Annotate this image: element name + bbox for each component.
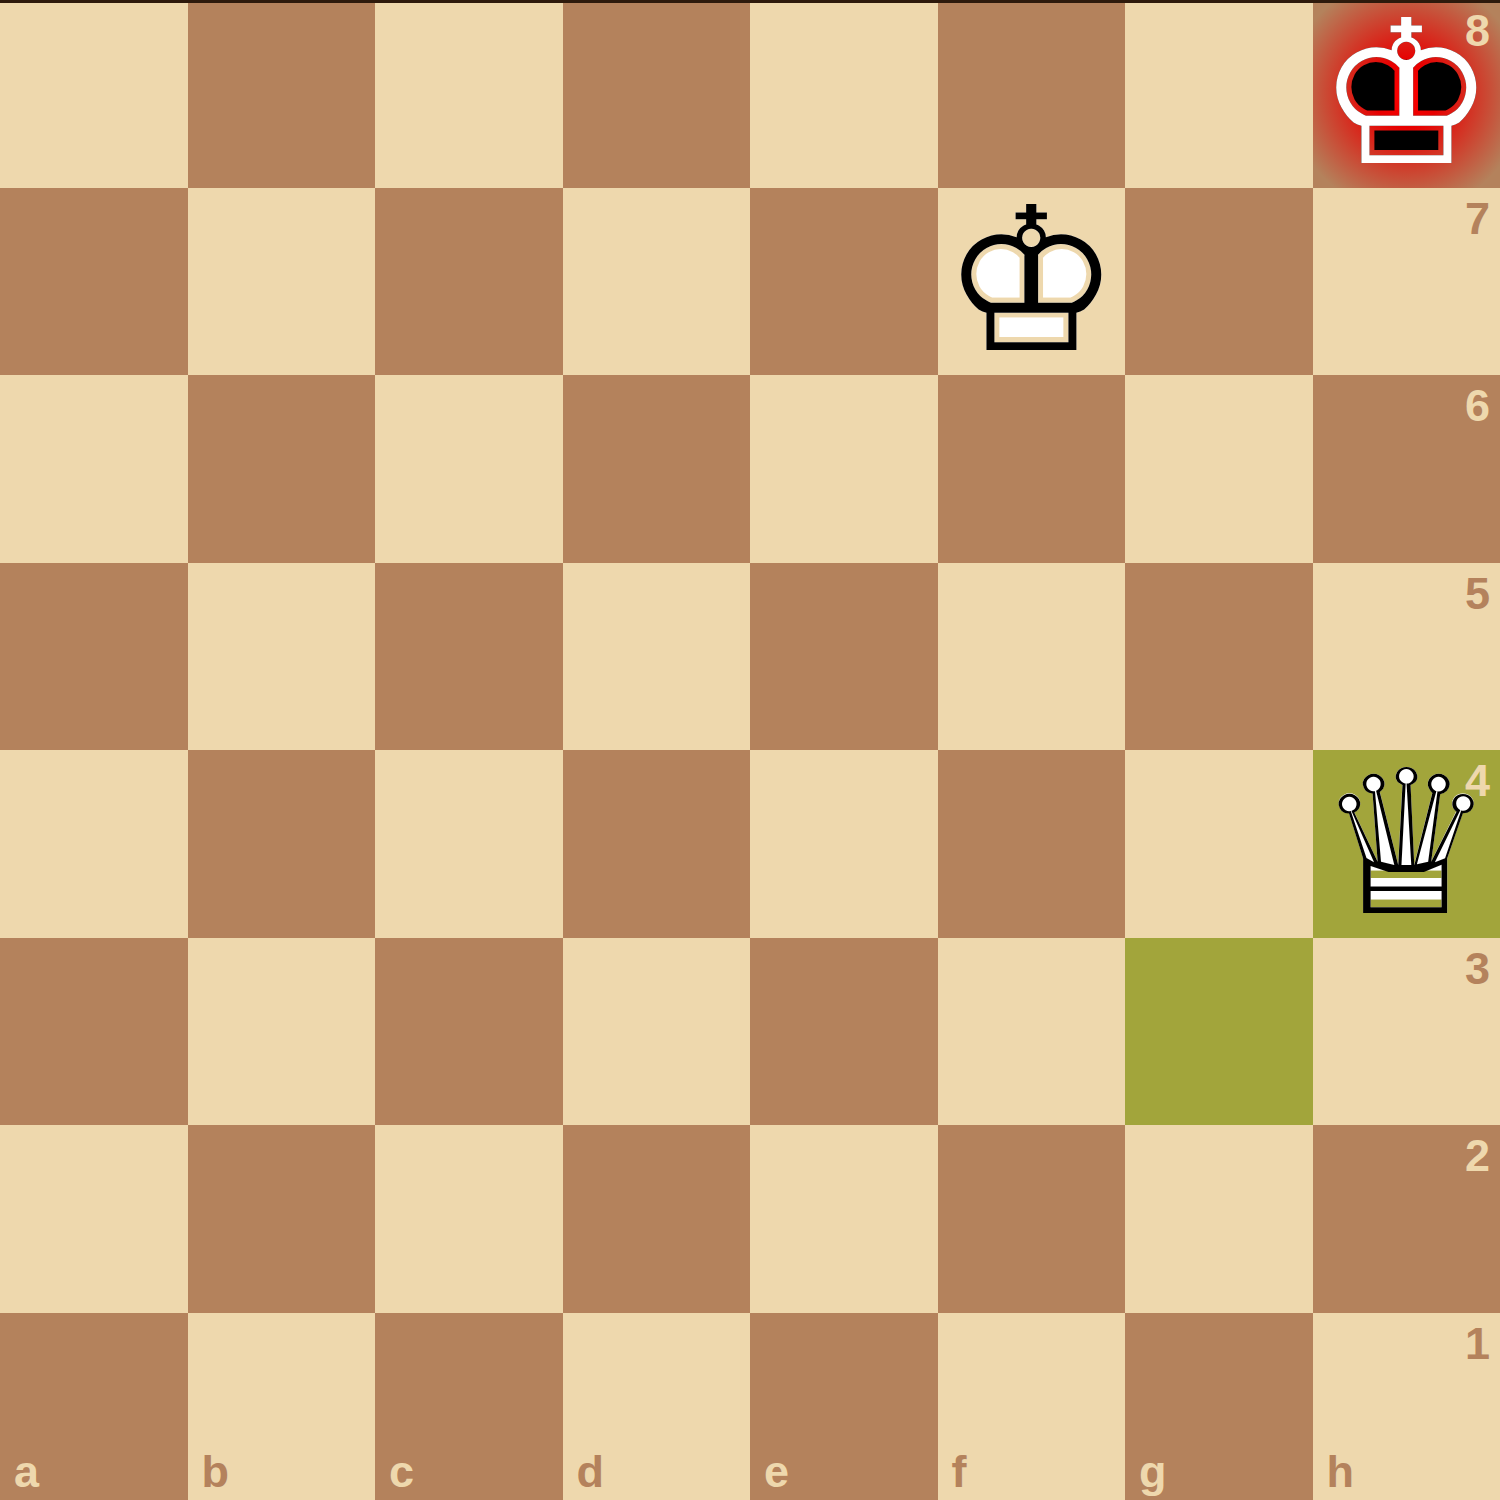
square-b7[interactable] — [188, 188, 376, 376]
square-b3[interactable] — [188, 938, 376, 1126]
square-e8[interactable] — [750, 0, 938, 188]
square-e1[interactable]: e — [750, 1313, 938, 1500]
square-h1[interactable]: 1h — [1313, 1313, 1500, 1500]
square-b6[interactable] — [188, 375, 376, 563]
square-d6[interactable] — [563, 375, 751, 563]
file-label-a: a — [14, 1449, 39, 1494]
square-c5[interactable] — [375, 563, 563, 751]
square-a7[interactable] — [0, 188, 188, 376]
square-g2[interactable] — [1125, 1125, 1313, 1313]
square-h5[interactable]: 5 — [1313, 563, 1500, 751]
square-a4[interactable] — [0, 750, 188, 938]
square-a3[interactable] — [0, 938, 188, 1126]
square-c3[interactable] — [375, 938, 563, 1126]
square-a5[interactable] — [0, 563, 188, 751]
rank-label-8: 8 — [1465, 8, 1490, 53]
square-f1[interactable]: f — [938, 1313, 1126, 1500]
square-g5[interactable] — [1125, 563, 1313, 751]
square-c6[interactable] — [375, 375, 563, 563]
rank-label-4: 4 — [1465, 758, 1490, 803]
square-b5[interactable] — [188, 563, 376, 751]
square-a1[interactable]: a — [0, 1313, 188, 1500]
square-b8[interactable] — [188, 0, 376, 188]
square-f4[interactable] — [938, 750, 1126, 938]
square-e5[interactable] — [750, 563, 938, 751]
square-f6[interactable] — [938, 375, 1126, 563]
rank-label-7: 7 — [1465, 196, 1490, 241]
square-d7[interactable] — [563, 188, 751, 376]
white-king-outline-glyph: ♔ — [938, 188, 1126, 376]
file-label-e: e — [764, 1449, 789, 1494]
square-f7[interactable]: ♚♔ — [938, 188, 1126, 376]
square-h6[interactable]: 6 — [1313, 375, 1500, 563]
square-c2[interactable] — [375, 1125, 563, 1313]
square-e3[interactable] — [750, 938, 938, 1126]
file-label-d: d — [577, 1449, 605, 1494]
square-h7[interactable]: 7 — [1313, 188, 1500, 376]
file-label-b: b — [202, 1449, 230, 1494]
square-g8[interactable] — [1125, 0, 1313, 188]
square-b1[interactable]: b — [188, 1313, 376, 1500]
file-label-h: h — [1327, 1449, 1355, 1494]
screen-top-edge — [0, 0, 1500, 3]
square-a8[interactable] — [0, 0, 188, 188]
square-b2[interactable] — [188, 1125, 376, 1313]
square-h8[interactable]: 8♚♔ — [1313, 0, 1500, 188]
square-h2[interactable]: 2 — [1313, 1125, 1500, 1313]
square-e4[interactable] — [750, 750, 938, 938]
square-d1[interactable]: d — [563, 1313, 751, 1500]
square-f2[interactable] — [938, 1125, 1126, 1313]
square-d4[interactable] — [563, 750, 751, 938]
file-label-g: g — [1139, 1449, 1167, 1494]
square-g3[interactable] — [1125, 938, 1313, 1126]
square-f8[interactable] — [938, 0, 1126, 188]
square-h3[interactable]: 3 — [1313, 938, 1500, 1126]
file-label-f: f — [952, 1449, 967, 1494]
square-b4[interactable] — [188, 750, 376, 938]
rank-label-6: 6 — [1465, 383, 1490, 428]
square-c4[interactable] — [375, 750, 563, 938]
square-g1[interactable]: g — [1125, 1313, 1313, 1500]
rank-label-1: 1 — [1465, 1321, 1490, 1366]
square-e7[interactable] — [750, 188, 938, 376]
square-h4[interactable]: 4♛♕ — [1313, 750, 1500, 938]
chess-board[interactable]: 8♚♔♚♔7654♛♕32abcdefg1h — [0, 0, 1500, 1500]
square-c7[interactable] — [375, 188, 563, 376]
square-a2[interactable] — [0, 1125, 188, 1313]
square-a6[interactable] — [0, 375, 188, 563]
square-c8[interactable] — [375, 0, 563, 188]
rank-label-3: 3 — [1465, 946, 1490, 991]
square-f5[interactable] — [938, 563, 1126, 751]
piece-white-king[interactable]: ♚♔ — [938, 188, 1126, 376]
square-e6[interactable] — [750, 375, 938, 563]
rank-label-2: 2 — [1465, 1133, 1490, 1178]
square-d3[interactable] — [563, 938, 751, 1126]
file-label-c: c — [389, 1449, 414, 1494]
square-e2[interactable] — [750, 1125, 938, 1313]
square-d2[interactable] — [563, 1125, 751, 1313]
square-g6[interactable] — [1125, 375, 1313, 563]
rank-label-5: 5 — [1465, 571, 1490, 616]
square-d5[interactable] — [563, 563, 751, 751]
square-f3[interactable] — [938, 938, 1126, 1126]
square-g4[interactable] — [1125, 750, 1313, 938]
square-c1[interactable]: c — [375, 1313, 563, 1500]
square-d8[interactable] — [563, 0, 751, 188]
square-g7[interactable] — [1125, 188, 1313, 376]
